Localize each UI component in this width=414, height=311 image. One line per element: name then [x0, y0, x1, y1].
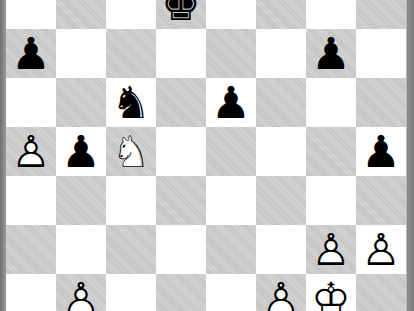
square-a7[interactable]: ♟	[6, 29, 56, 78]
white-pawn-b2: ♟♙	[56, 274, 106, 311]
square-b8[interactable]	[56, 0, 106, 29]
square-b3[interactable]	[56, 225, 106, 274]
white-pawn-f2: ♟♙	[256, 274, 306, 311]
white-pawn-h3: ♟♙	[356, 225, 406, 274]
square-a2[interactable]	[6, 274, 56, 311]
square-b2[interactable]: ♟♙	[56, 274, 106, 311]
square-h5[interactable]: ♟	[356, 127, 406, 176]
black-pawn-a7: ♟	[6, 29, 56, 78]
square-h8[interactable]	[356, 0, 406, 29]
square-e3[interactable]	[206, 225, 256, 274]
board-right-border	[406, 0, 414, 311]
square-d3[interactable]	[156, 225, 206, 274]
square-f2[interactable]: ♟♙	[256, 274, 306, 311]
square-e6[interactable]: ♟	[206, 78, 256, 127]
square-f4[interactable]	[256, 176, 306, 225]
black-pawn-g7: ♟	[306, 29, 356, 78]
square-h4[interactable]	[356, 176, 406, 225]
white-pawn-g3: ♟♙	[306, 225, 356, 274]
square-g7[interactable]: ♟	[306, 29, 356, 78]
square-b5[interactable]: ♟	[56, 127, 106, 176]
square-a4[interactable]	[6, 176, 56, 225]
square-d7[interactable]	[156, 29, 206, 78]
square-c6[interactable]: ♞	[106, 78, 156, 127]
square-h2[interactable]	[356, 274, 406, 311]
black-pawn-e6: ♟	[206, 78, 256, 127]
square-a8[interactable]	[6, 0, 56, 29]
square-c8[interactable]	[106, 0, 156, 29]
chess-board: ♚♟♟♞♟♟♙♟♞♘♟♟♙♟♙♟♙♟♙♚♔	[6, 0, 406, 311]
square-a5[interactable]: ♟♙	[6, 127, 56, 176]
black-king-d8: ♚	[156, 0, 206, 29]
square-c2[interactable]	[106, 274, 156, 311]
chess-diagram-screenshot: ♚♟♟♞♟♟♙♟♞♘♟♟♙♟♙♟♙♟♙♚♔	[0, 0, 414, 311]
square-b6[interactable]	[56, 78, 106, 127]
square-f8[interactable]	[256, 0, 306, 29]
square-g8[interactable]	[306, 0, 356, 29]
square-d4[interactable]	[156, 176, 206, 225]
square-c7[interactable]	[106, 29, 156, 78]
square-g2[interactable]: ♚♔	[306, 274, 356, 311]
square-d8[interactable]: ♚	[156, 0, 206, 29]
square-e8[interactable]	[206, 0, 256, 29]
square-g6[interactable]	[306, 78, 356, 127]
square-h6[interactable]	[356, 78, 406, 127]
square-d2[interactable]	[156, 274, 206, 311]
black-knight-c6: ♞	[106, 78, 156, 127]
white-knight-c5: ♞♘	[106, 127, 156, 176]
square-d5[interactable]	[156, 127, 206, 176]
square-f7[interactable]	[256, 29, 306, 78]
square-h7[interactable]	[356, 29, 406, 78]
square-e4[interactable]	[206, 176, 256, 225]
square-c3[interactable]	[106, 225, 156, 274]
square-g5[interactable]	[306, 127, 356, 176]
square-e7[interactable]	[206, 29, 256, 78]
square-b4[interactable]	[56, 176, 106, 225]
white-king-g2: ♚♔	[306, 274, 356, 311]
black-pawn-b5: ♟	[56, 127, 106, 176]
square-g4[interactable]	[306, 176, 356, 225]
square-c4[interactable]	[106, 176, 156, 225]
square-f5[interactable]	[256, 127, 306, 176]
square-e2[interactable]	[206, 274, 256, 311]
square-h3[interactable]: ♟♙	[356, 225, 406, 274]
square-b7[interactable]	[56, 29, 106, 78]
square-a6[interactable]	[6, 78, 56, 127]
square-e5[interactable]	[206, 127, 256, 176]
white-pawn-a5: ♟♙	[6, 127, 56, 176]
square-f6[interactable]	[256, 78, 306, 127]
black-pawn-h5: ♟	[356, 127, 406, 176]
square-a3[interactable]	[6, 225, 56, 274]
square-d6[interactable]	[156, 78, 206, 127]
square-f3[interactable]	[256, 225, 306, 274]
square-c5[interactable]: ♞♘	[106, 127, 156, 176]
square-g3[interactable]: ♟♙	[306, 225, 356, 274]
